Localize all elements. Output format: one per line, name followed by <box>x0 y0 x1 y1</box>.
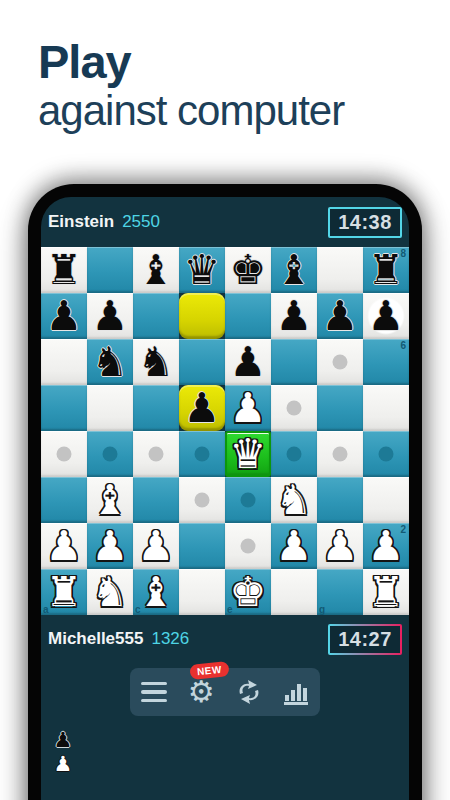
rank-label: 2 <box>400 524 406 535</box>
app-screen: Einstein 2550 14:38 ♜♝♛♚♝8♜♟♟♟♟♟♞♞♟6♟♟♛♝… <box>41 197 409 800</box>
game-toolbar: ⚙ NEW <box>130 668 320 716</box>
black-king: ♚ <box>225 247 271 293</box>
settings-button[interactable]: ⚙ NEW <box>181 672 221 712</box>
square-b7[interactable]: ♟ <box>87 293 133 339</box>
white-knight: ♞ <box>87 569 133 615</box>
white-rook: ♜ <box>41 569 87 615</box>
page-title: Play against computer <box>38 38 344 133</box>
square-e7[interactable] <box>225 293 271 339</box>
square-b6[interactable]: ♞ <box>87 339 133 385</box>
square-c2[interactable]: ♟ <box>133 523 179 569</box>
square-a5[interactable] <box>41 385 87 431</box>
square-f8[interactable]: ♝ <box>271 247 317 293</box>
square-a2[interactable]: ♟ <box>41 523 87 569</box>
square-a8[interactable]: ♜ <box>41 247 87 293</box>
page-title-rest: against computer <box>38 89 344 133</box>
square-g5[interactable] <box>317 385 363 431</box>
white-pawn: ♟ <box>317 523 363 569</box>
screenshot-root: Play against computer Einstein 2550 14:3… <box>0 0 450 800</box>
square-a7[interactable]: ♟ <box>41 293 87 339</box>
white-rook: ♜ <box>363 569 409 615</box>
legal-move-dot <box>149 447 164 462</box>
gear-icon: ⚙ <box>188 677 215 707</box>
square-d5[interactable]: ♟ <box>179 385 225 431</box>
black-knight: ♞ <box>133 339 179 385</box>
square-d7[interactable] <box>179 293 225 339</box>
legal-move-dot <box>379 447 394 462</box>
white-pawn: ♟ <box>41 523 87 569</box>
player-rating: 1326 <box>151 629 189 649</box>
square-g7[interactable]: ♟ <box>317 293 363 339</box>
square-h4[interactable] <box>363 431 409 477</box>
player-bar: Michelle555 1326 14:27 <box>41 615 409 663</box>
square-f1[interactable] <box>271 569 317 615</box>
square-g3[interactable] <box>317 477 363 523</box>
black-pawn: ♟ <box>363 293 409 339</box>
legal-move-dot <box>287 447 302 462</box>
square-e1[interactable]: e♚ <box>225 569 271 615</box>
file-label: e <box>227 604 233 615</box>
black-queen: ♛ <box>179 247 225 293</box>
square-a6[interactable] <box>41 339 87 385</box>
square-e3[interactable] <box>225 477 271 523</box>
legal-move-dot <box>333 447 348 462</box>
square-g8[interactable] <box>317 247 363 293</box>
opponent-name: Einstein <box>48 212 114 232</box>
square-c3[interactable] <box>133 477 179 523</box>
square-f5[interactable] <box>271 385 317 431</box>
square-c5[interactable] <box>133 385 179 431</box>
square-a4[interactable] <box>41 431 87 477</box>
square-b3[interactable]: ♝ <box>87 477 133 523</box>
square-c4[interactable] <box>133 431 179 477</box>
square-g4[interactable] <box>317 431 363 477</box>
white-pawn: ♟ <box>225 385 271 431</box>
white-king: ♚ <box>225 569 271 615</box>
opponent-rating: 2550 <box>122 212 160 232</box>
square-e5[interactable]: ♟ <box>225 385 271 431</box>
square-h5[interactable] <box>363 385 409 431</box>
square-d3[interactable] <box>179 477 225 523</box>
stats-button[interactable] <box>276 672 316 712</box>
square-f2[interactable]: ♟ <box>271 523 317 569</box>
square-g1[interactable]: g <box>317 569 363 615</box>
white-pawn: ♟ <box>133 523 179 569</box>
square-a3[interactable] <box>41 477 87 523</box>
square-h6[interactable]: 6 <box>363 339 409 385</box>
black-pawn: ♟ <box>87 293 133 339</box>
square-g6[interactable] <box>317 339 363 385</box>
page-title-bold: Play <box>38 38 344 87</box>
black-rook: ♜ <box>363 247 409 293</box>
square-h2[interactable]: 2♟ <box>363 523 409 569</box>
square-f3[interactable]: ♞ <box>271 477 317 523</box>
black-bishop: ♝ <box>271 247 317 293</box>
square-f6[interactable] <box>271 339 317 385</box>
square-d2[interactable] <box>179 523 225 569</box>
square-h8[interactable]: 8♜ <box>363 247 409 293</box>
square-e6[interactable]: ♟ <box>225 339 271 385</box>
rank-label: 8 <box>400 248 406 259</box>
legal-move-dot <box>287 401 302 416</box>
square-b5[interactable] <box>87 385 133 431</box>
new-badge: NEW <box>190 661 230 680</box>
captured-black-pawn: ♟ <box>48 728 78 752</box>
file-label: a <box>43 604 49 615</box>
opponent-clock: 14:38 <box>328 207 402 238</box>
square-f4[interactable] <box>271 431 317 477</box>
white-knight: ♞ <box>271 477 317 523</box>
square-h3[interactable] <box>363 477 409 523</box>
file-label: g <box>319 604 325 615</box>
white-pawn: ♟ <box>87 523 133 569</box>
square-c1[interactable]: c♝ <box>133 569 179 615</box>
legal-move-dot <box>333 355 348 370</box>
legal-move-dot <box>241 493 256 508</box>
legal-move-dot <box>195 493 210 508</box>
square-d6[interactable] <box>179 339 225 385</box>
square-a1[interactable]: a♜ <box>41 569 87 615</box>
black-pawn: ♟ <box>225 339 271 385</box>
white-pawn: ♟ <box>363 523 409 569</box>
square-e8[interactable]: ♚ <box>225 247 271 293</box>
square-h1[interactable]: ♜ <box>363 569 409 615</box>
square-d1[interactable] <box>179 569 225 615</box>
file-label: c <box>135 604 141 615</box>
chess-board: ♜♝♛♚♝8♜♟♟♟♟♟♞♞♟6♟♟♛♝♞♟♟♟♟♟2♟a♜♞c♝e♚g♜ <box>41 247 409 615</box>
bar-chart-icon <box>281 678 311 706</box>
black-pawn: ♟ <box>179 385 225 431</box>
square-e2[interactable] <box>225 523 271 569</box>
black-bishop: ♝ <box>133 247 179 293</box>
captured-white-pawn: ♟ <box>48 752 78 776</box>
white-bishop: ♝ <box>87 477 133 523</box>
white-bishop: ♝ <box>133 569 179 615</box>
square-f7[interactable]: ♟ <box>271 293 317 339</box>
swap-arrows-icon <box>234 678 264 706</box>
square-b1[interactable]: ♞ <box>87 569 133 615</box>
legal-move-dot <box>103 447 118 462</box>
square-b2[interactable]: ♟ <box>87 523 133 569</box>
captured-pieces-tray: ♟♟ <box>41 716 78 776</box>
black-pawn: ♟ <box>271 293 317 339</box>
white-pawn: ♟ <box>271 523 317 569</box>
square-d4[interactable] <box>179 431 225 477</box>
opponent-bar: Einstein 2550 14:38 <box>41 197 409 247</box>
black-pawn: ♟ <box>317 293 363 339</box>
square-b4[interactable] <box>87 431 133 477</box>
square-b8[interactable] <box>87 247 133 293</box>
square-g2[interactable]: ♟ <box>317 523 363 569</box>
square-c7[interactable] <box>133 293 179 339</box>
square-e4[interactable]: ♛ <box>225 431 271 477</box>
hamburger-icon <box>141 682 167 703</box>
phone-frame: Einstein 2550 14:38 ♜♝♛♚♝8♜♟♟♟♟♟♞♞♟6♟♟♛♝… <box>28 184 422 800</box>
white-queen: ♛ <box>227 433 269 475</box>
rank-label: 6 <box>400 340 406 351</box>
black-rook: ♜ <box>41 247 87 293</box>
player-clock: 14:27 <box>328 624 402 655</box>
square-c6[interactable]: ♞ <box>133 339 179 385</box>
player-name: Michelle555 <box>48 629 143 649</box>
square-d8[interactable]: ♛ <box>179 247 225 293</box>
menu-button[interactable] <box>134 672 174 712</box>
square-c8[interactable]: ♝ <box>133 247 179 293</box>
legal-move-dot <box>57 447 72 462</box>
legal-move-dot <box>241 539 256 554</box>
square-h7[interactable]: ♟ <box>363 293 409 339</box>
black-pawn: ♟ <box>41 293 87 339</box>
flip-board-button[interactable] <box>229 672 269 712</box>
black-knight: ♞ <box>87 339 133 385</box>
legal-move-dot <box>195 447 210 462</box>
